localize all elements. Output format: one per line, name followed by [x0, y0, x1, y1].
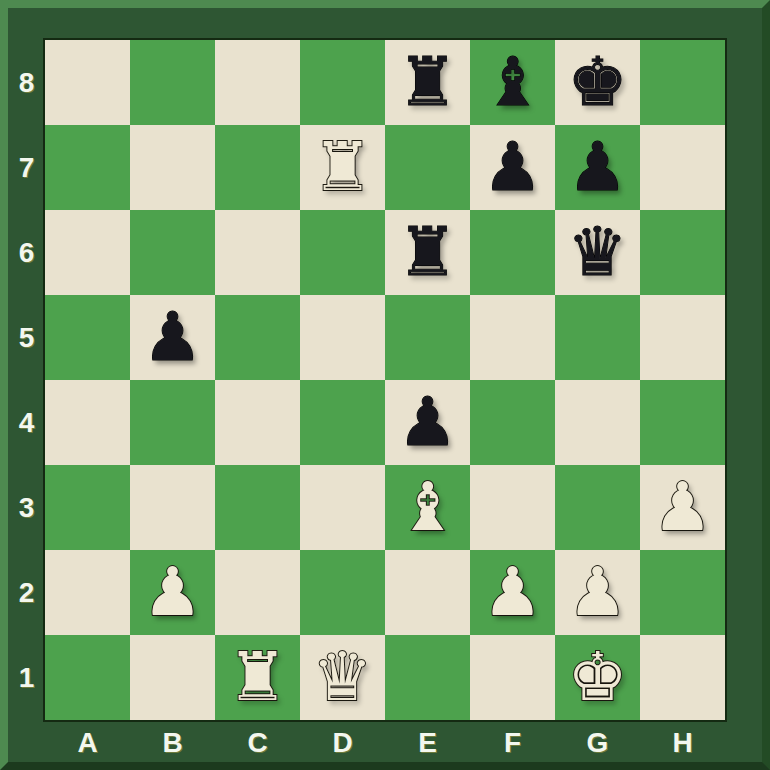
rank-label-2: 2 — [8, 550, 45, 635]
black-pawn[interactable]: ♟ — [567, 134, 627, 201]
chess-app-window: ♜♝♚♜♟♟♜♛♟♟♝♟♟♟♟♜♛♚ 87654321ABCDEFGH — [0, 0, 770, 770]
square-a2[interactable] — [45, 550, 130, 635]
file-label-f: F — [470, 720, 555, 762]
square-e7[interactable] — [385, 125, 470, 210]
rank-label-3: 3 — [8, 465, 45, 550]
square-f1[interactable] — [470, 635, 555, 720]
rank-label-4: 4 — [8, 380, 45, 465]
black-pawn[interactable]: ♟ — [482, 134, 542, 201]
square-h6[interactable] — [640, 210, 725, 295]
white-bishop[interactable]: ♝ — [397, 474, 457, 541]
square-e4[interactable]: ♟ — [385, 380, 470, 465]
square-b1[interactable] — [130, 635, 215, 720]
rank-label-1: 1 — [8, 635, 45, 720]
square-e2[interactable] — [385, 550, 470, 635]
square-f2[interactable]: ♟ — [470, 550, 555, 635]
rank-label-6: 6 — [8, 210, 45, 295]
square-f7[interactable]: ♟ — [470, 125, 555, 210]
square-b2[interactable]: ♟ — [130, 550, 215, 635]
square-b7[interactable] — [130, 125, 215, 210]
square-d8[interactable] — [300, 40, 385, 125]
square-e1[interactable] — [385, 635, 470, 720]
file-label-b: B — [130, 720, 215, 762]
square-a1[interactable] — [45, 635, 130, 720]
square-a8[interactable] — [45, 40, 130, 125]
square-c1[interactable]: ♜ — [215, 635, 300, 720]
square-e6[interactable]: ♜ — [385, 210, 470, 295]
square-f8[interactable]: ♝ — [470, 40, 555, 125]
rank-label-7: 7 — [8, 125, 45, 210]
file-label-d: D — [300, 720, 385, 762]
white-pawn[interactable]: ♟ — [142, 559, 202, 626]
square-g4[interactable] — [555, 380, 640, 465]
square-a5[interactable] — [45, 295, 130, 380]
square-a4[interactable] — [45, 380, 130, 465]
square-d3[interactable] — [300, 465, 385, 550]
square-h2[interactable] — [640, 550, 725, 635]
file-label-c: C — [215, 720, 300, 762]
black-king[interactable]: ♚ — [567, 49, 627, 116]
square-c2[interactable] — [215, 550, 300, 635]
square-b4[interactable] — [130, 380, 215, 465]
square-h1[interactable] — [640, 635, 725, 720]
square-b8[interactable] — [130, 40, 215, 125]
square-d7[interactable]: ♜ — [300, 125, 385, 210]
square-h3[interactable]: ♟ — [640, 465, 725, 550]
square-g6[interactable]: ♛ — [555, 210, 640, 295]
square-h7[interactable] — [640, 125, 725, 210]
black-pawn[interactable]: ♟ — [142, 304, 202, 371]
square-d2[interactable] — [300, 550, 385, 635]
square-f5[interactable] — [470, 295, 555, 380]
square-h5[interactable] — [640, 295, 725, 380]
file-label-g: G — [555, 720, 640, 762]
file-label-e: E — [385, 720, 470, 762]
white-queen[interactable]: ♛ — [312, 644, 372, 711]
square-c4[interactable] — [215, 380, 300, 465]
white-pawn[interactable]: ♟ — [482, 559, 542, 626]
black-rook[interactable]: ♜ — [397, 219, 457, 286]
black-pawn[interactable]: ♟ — [397, 389, 457, 456]
square-f6[interactable] — [470, 210, 555, 295]
file-label-a: A — [45, 720, 130, 762]
square-g7[interactable]: ♟ — [555, 125, 640, 210]
black-bishop[interactable]: ♝ — [482, 49, 542, 116]
square-c8[interactable] — [215, 40, 300, 125]
square-d6[interactable] — [300, 210, 385, 295]
square-h4[interactable] — [640, 380, 725, 465]
square-c5[interactable] — [215, 295, 300, 380]
square-d4[interactable] — [300, 380, 385, 465]
square-b6[interactable] — [130, 210, 215, 295]
square-e5[interactable] — [385, 295, 470, 380]
square-h8[interactable] — [640, 40, 725, 125]
square-g8[interactable]: ♚ — [555, 40, 640, 125]
square-g1[interactable]: ♚ — [555, 635, 640, 720]
square-e8[interactable]: ♜ — [385, 40, 470, 125]
square-d5[interactable] — [300, 295, 385, 380]
white-rook[interactable]: ♜ — [227, 644, 287, 711]
square-e3[interactable]: ♝ — [385, 465, 470, 550]
square-b5[interactable]: ♟ — [130, 295, 215, 380]
square-b3[interactable] — [130, 465, 215, 550]
rank-label-5: 5 — [8, 295, 45, 380]
square-g3[interactable] — [555, 465, 640, 550]
white-pawn[interactable]: ♟ — [567, 559, 627, 626]
square-g2[interactable]: ♟ — [555, 550, 640, 635]
square-a6[interactable] — [45, 210, 130, 295]
square-c3[interactable] — [215, 465, 300, 550]
square-g5[interactable] — [555, 295, 640, 380]
square-c6[interactable] — [215, 210, 300, 295]
board-border-mat: ♜♝♚♜♟♟♜♛♟♟♝♟♟♟♟♜♛♚ 87654321ABCDEFGH — [8, 8, 762, 762]
white-king[interactable]: ♚ — [567, 644, 627, 711]
white-rook[interactable]: ♜ — [312, 134, 372, 201]
white-pawn[interactable]: ♟ — [652, 474, 712, 541]
file-label-h: H — [640, 720, 725, 762]
square-f3[interactable] — [470, 465, 555, 550]
square-c7[interactable] — [215, 125, 300, 210]
square-d1[interactable]: ♛ — [300, 635, 385, 720]
square-a7[interactable] — [45, 125, 130, 210]
black-queen[interactable]: ♛ — [567, 219, 627, 286]
rank-label-8: 8 — [8, 40, 45, 125]
black-rook[interactable]: ♜ — [397, 49, 457, 116]
square-a3[interactable] — [45, 465, 130, 550]
chess-board[interactable]: ♜♝♚♜♟♟♜♛♟♟♝♟♟♟♟♜♛♚ — [45, 40, 725, 720]
square-f4[interactable] — [470, 380, 555, 465]
